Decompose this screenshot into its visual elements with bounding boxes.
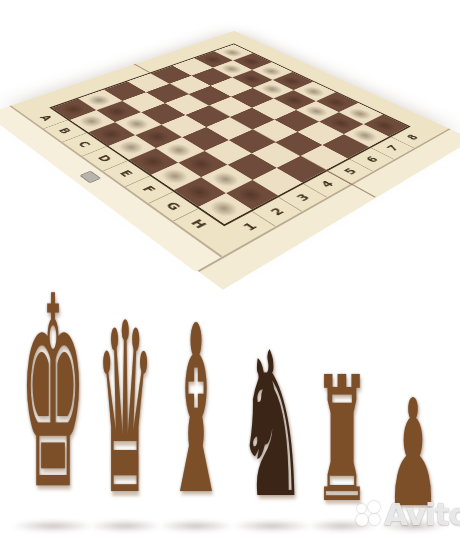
avito-watermark: Avito: [356, 496, 460, 532]
board-photo: ♜♞♝♛♚♝♞♜♟♟♟♟♟♟♟♟♟♟♟♟♟♟♟♟♜♞♝♛♚♝♞♜ ABCDEFG…: [0, 0, 460, 280]
product-photo: ♜♞♝♛♚♝♞♜♟♟♟♟♟♟♟♟♟♟♟♟♟♟♟♟♜♞♝♛♚♝♞♜ ABCDEFG…: [0, 0, 460, 540]
metal-clasp: [79, 171, 101, 184]
chess-board: ♜♞♝♛♚♝♞♜♟♟♟♟♟♟♟♟♟♟♟♟♟♟♟♟♜♞♝♛♚♝♞♜ ABCDEFG…: [11, 31, 449, 256]
avito-watermark-text: Avito: [384, 496, 460, 532]
avito-logo-icon: [356, 501, 382, 527]
